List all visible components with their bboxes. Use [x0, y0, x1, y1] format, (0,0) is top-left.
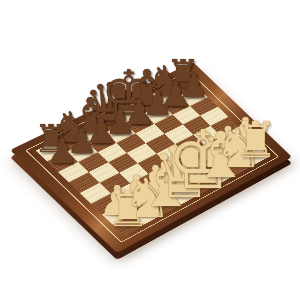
chess-board [10, 62, 292, 253]
chess-set-photo: ♜♞♝♛♚♝♞♜♟♟♟♟♟♟♟♟♟♟♟♟♟♟♟♟♜♞♝♛♚♝♞♜ [0, 0, 300, 300]
